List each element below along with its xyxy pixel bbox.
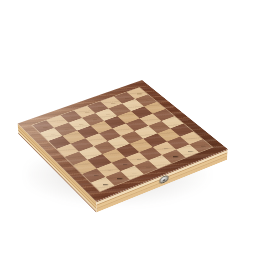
piece-glyph: ♝ bbox=[123, 144, 140, 178]
piece-glyph: ♞ bbox=[179, 125, 194, 156]
piece-glyph: ♞ bbox=[109, 151, 125, 183]
piece-glyph: ♜ bbox=[96, 159, 110, 188]
metal-clasp-icon bbox=[159, 174, 169, 184]
piece-glyph: ♜ bbox=[194, 122, 208, 149]
product-photo-scene: ♜♞♝♛♚♝♞♜♟♟♟♟♟♟♟♟♟♟♟♟♟♟♟♟♜♞♝♛♚♝♞♜ bbox=[0, 0, 256, 256]
